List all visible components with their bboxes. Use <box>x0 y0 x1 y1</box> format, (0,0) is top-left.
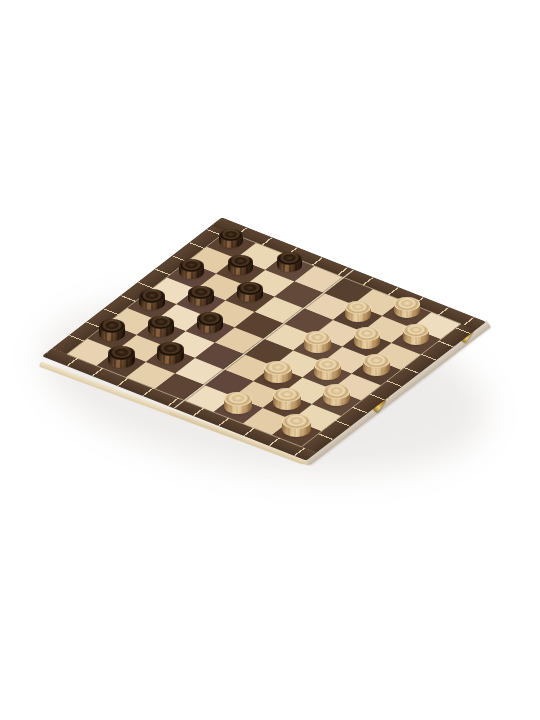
checkers-set-photo <box>0 0 540 720</box>
